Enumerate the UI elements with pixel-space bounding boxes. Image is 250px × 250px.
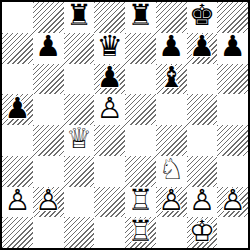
square-a7[interactable] xyxy=(2,33,33,64)
white-king-piece[interactable]: ♚♔ xyxy=(187,217,218,248)
white-king-glyph-outline: ♔ xyxy=(189,217,215,246)
white-queen-glyph-outline: ♕ xyxy=(66,125,92,154)
square-d8[interactable] xyxy=(94,2,125,33)
square-f2[interactable]: ♟♙ xyxy=(156,187,187,218)
white-pawn-piece[interactable]: ♟♙ xyxy=(2,187,33,218)
white-pawn-glyph-outline: ♙ xyxy=(97,94,123,123)
white-knight-piece[interactable]: ♞♘ xyxy=(156,156,187,187)
square-h4[interactable] xyxy=(217,125,248,156)
square-b3[interactable] xyxy=(33,156,64,187)
square-d2[interactable] xyxy=(94,187,125,218)
black-pawn-piece[interactable]: ♟ xyxy=(94,64,125,95)
square-h5[interactable] xyxy=(217,94,248,125)
square-g5[interactable] xyxy=(187,94,218,125)
square-g2[interactable]: ♟♙ xyxy=(187,187,218,218)
square-h3[interactable] xyxy=(217,156,248,187)
square-g7[interactable]: ♟ xyxy=(187,33,218,64)
white-rook-glyph-outline: ♖ xyxy=(127,187,153,216)
black-king-piece[interactable]: ♚ xyxy=(187,2,218,33)
square-b4[interactable] xyxy=(33,125,64,156)
black-rook-piece[interactable]: ♜ xyxy=(64,2,95,33)
square-g1[interactable]: ♚♔ xyxy=(187,217,218,248)
square-a6[interactable] xyxy=(2,64,33,95)
square-a8[interactable] xyxy=(2,2,33,33)
black-pawn-piece[interactable]: ♟ xyxy=(187,33,218,64)
white-knight-glyph-outline: ♘ xyxy=(158,156,184,185)
square-e1[interactable]: ♜♖ xyxy=(125,217,156,248)
black-pawn-glyph: ♟ xyxy=(189,33,215,62)
square-b2[interactable]: ♟♙ xyxy=(33,187,64,218)
white-pawn-glyph-outline: ♙ xyxy=(220,187,246,216)
square-b5[interactable] xyxy=(33,94,64,125)
square-e2[interactable]: ♜♖ xyxy=(125,187,156,218)
white-pawn-glyph-outline: ♙ xyxy=(189,187,215,216)
chess-board: ♜♜♚♟♛♟♟♟♟♝♟♟♙♛♕♞♘♟♙♟♙♜♖♟♙♟♙♟♙♜♖♚♔ xyxy=(2,2,248,248)
black-queen-glyph: ♛ xyxy=(97,33,123,62)
white-pawn-glyph-outline: ♙ xyxy=(158,187,184,216)
white-pawn-glyph-outline: ♙ xyxy=(4,187,30,216)
square-b1[interactable] xyxy=(33,217,64,248)
square-a1[interactable] xyxy=(2,217,33,248)
square-a4[interactable] xyxy=(2,125,33,156)
white-pawn-piece[interactable]: ♟♙ xyxy=(33,187,64,218)
square-f7[interactable]: ♟ xyxy=(156,33,187,64)
square-g6[interactable] xyxy=(187,64,218,95)
square-b6[interactable] xyxy=(33,64,64,95)
black-queen-piece[interactable]: ♛ xyxy=(94,33,125,64)
black-pawn-piece[interactable]: ♟ xyxy=(217,33,248,64)
square-e3[interactable] xyxy=(125,156,156,187)
square-c4[interactable]: ♛♕ xyxy=(64,125,95,156)
square-f3[interactable]: ♞♘ xyxy=(156,156,187,187)
square-d1[interactable] xyxy=(94,217,125,248)
black-rook-glyph: ♜ xyxy=(127,2,153,31)
square-a2[interactable]: ♟♙ xyxy=(2,187,33,218)
square-c7[interactable] xyxy=(64,33,95,64)
black-pawn-glyph: ♟ xyxy=(220,33,246,62)
square-h8[interactable] xyxy=(217,2,248,33)
black-king-glyph: ♚ xyxy=(189,2,215,31)
black-bishop-piece[interactable]: ♝ xyxy=(156,64,187,95)
square-b8[interactable] xyxy=(33,2,64,33)
square-c1[interactable] xyxy=(64,217,95,248)
square-f4[interactable] xyxy=(156,125,187,156)
square-f1[interactable] xyxy=(156,217,187,248)
square-a3[interactable] xyxy=(2,156,33,187)
square-c8[interactable]: ♜ xyxy=(64,2,95,33)
white-pawn-piece[interactable]: ♟♙ xyxy=(156,187,187,218)
square-d7[interactable]: ♛ xyxy=(94,33,125,64)
square-d6[interactable]: ♟ xyxy=(94,64,125,95)
square-c6[interactable] xyxy=(64,64,95,95)
square-h2[interactable]: ♟♙ xyxy=(217,187,248,218)
square-e6[interactable] xyxy=(125,64,156,95)
white-rook-piece[interactable]: ♜♖ xyxy=(125,217,156,248)
black-pawn-piece[interactable]: ♟ xyxy=(156,33,187,64)
chess-board-frame: ♜♜♚♟♛♟♟♟♟♝♟♟♙♛♕♞♘♟♙♟♙♜♖♟♙♟♙♟♙♜♖♚♔ xyxy=(0,0,250,250)
square-f5[interactable] xyxy=(156,94,187,125)
square-g8[interactable]: ♚ xyxy=(187,2,218,33)
square-h1[interactable] xyxy=(217,217,248,248)
square-g3[interactable] xyxy=(187,156,218,187)
square-f6[interactable]: ♝ xyxy=(156,64,187,95)
white-pawn-piece[interactable]: ♟♙ xyxy=(187,187,218,218)
square-h6[interactable] xyxy=(217,64,248,95)
square-g4[interactable] xyxy=(187,125,218,156)
white-rook-glyph-outline: ♖ xyxy=(127,217,153,246)
black-pawn-piece[interactable]: ♟ xyxy=(33,33,64,64)
black-rook-piece[interactable]: ♜ xyxy=(125,2,156,33)
black-pawn-glyph: ♟ xyxy=(97,64,123,93)
square-d4[interactable] xyxy=(94,125,125,156)
white-pawn-piece[interactable]: ♟♙ xyxy=(217,187,248,218)
black-pawn-glyph: ♟ xyxy=(35,33,61,62)
square-c3[interactable] xyxy=(64,156,95,187)
square-a5[interactable]: ♟ xyxy=(2,94,33,125)
black-pawn-piece[interactable]: ♟ xyxy=(2,94,33,125)
white-pawn-piece[interactable]: ♟♙ xyxy=(94,94,125,125)
square-c2[interactable] xyxy=(64,187,95,218)
black-pawn-glyph: ♟ xyxy=(158,33,184,62)
black-bishop-glyph: ♝ xyxy=(158,64,184,93)
square-e8[interactable]: ♜ xyxy=(125,2,156,33)
square-f8[interactable] xyxy=(156,2,187,33)
black-pawn-glyph: ♟ xyxy=(4,94,30,123)
white-pawn-glyph-outline: ♙ xyxy=(35,187,61,216)
square-h7[interactable]: ♟ xyxy=(217,33,248,64)
square-b7[interactable]: ♟ xyxy=(33,33,64,64)
square-e7[interactable] xyxy=(125,33,156,64)
square-d3[interactable] xyxy=(94,156,125,187)
square-c5[interactable] xyxy=(64,94,95,125)
square-d5[interactable]: ♟♙ xyxy=(94,94,125,125)
white-rook-piece[interactable]: ♜♖ xyxy=(125,187,156,218)
black-rook-glyph: ♜ xyxy=(66,2,92,31)
square-e5[interactable] xyxy=(125,94,156,125)
square-e4[interactable] xyxy=(125,125,156,156)
white-queen-piece[interactable]: ♛♕ xyxy=(64,125,95,156)
